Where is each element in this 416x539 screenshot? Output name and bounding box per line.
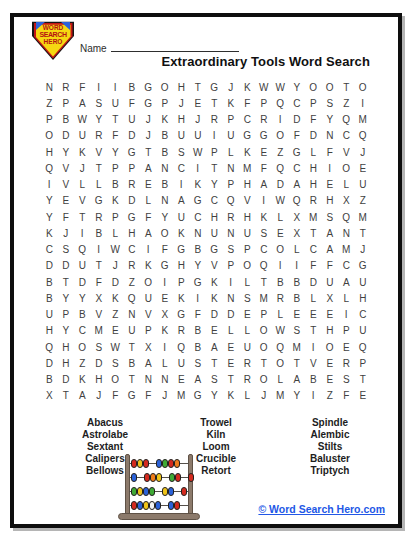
grid-cell[interactable]: Q: [41, 339, 58, 355]
grid-cell[interactable]: B: [41, 290, 58, 306]
grid-cell[interactable]: C: [338, 258, 355, 274]
grid-cell[interactable]: C: [239, 112, 256, 128]
grid-cell[interactable]: Q: [272, 339, 289, 355]
grid-cell[interactable]: T: [140, 144, 157, 160]
grid-cell[interactable]: P: [338, 323, 355, 339]
grid-cell[interactable]: I: [140, 242, 157, 258]
grid-cell[interactable]: F: [58, 209, 75, 225]
grid-cell[interactable]: W: [272, 193, 289, 209]
grid-cell[interactable]: K: [140, 258, 157, 274]
grid-cell[interactable]: P: [157, 95, 174, 111]
grid-cell[interactable]: R: [223, 209, 240, 225]
grid-cell[interactable]: L: [289, 242, 306, 258]
grid-cell[interactable]: E: [322, 177, 339, 193]
grid-cell[interactable]: O: [74, 339, 91, 355]
grid-cell[interactable]: H: [173, 112, 190, 128]
grid-cell[interactable]: X: [157, 307, 174, 323]
grid-cell[interactable]: L: [272, 209, 289, 225]
grid-cell[interactable]: G: [206, 242, 223, 258]
grid-cell[interactable]: L: [239, 274, 256, 290]
grid-cell[interactable]: U: [41, 307, 58, 323]
grid-cell[interactable]: C: [256, 242, 273, 258]
grid-cell[interactable]: L: [239, 323, 256, 339]
grid-cell[interactable]: T: [124, 372, 141, 388]
grid-cell[interactable]: C: [305, 242, 322, 258]
grid-cell[interactable]: P: [107, 209, 124, 225]
grid-cell[interactable]: E: [206, 323, 223, 339]
grid-cell[interactable]: T: [107, 112, 124, 128]
grid-cell[interactable]: B: [41, 274, 58, 290]
grid-cell[interactable]: T: [256, 274, 273, 290]
grid-cell[interactable]: M: [239, 160, 256, 176]
grid-cell[interactable]: E: [223, 339, 240, 355]
grid-cell[interactable]: Y: [289, 79, 306, 95]
grid-cell[interactable]: Q: [338, 209, 355, 225]
grid-cell[interactable]: U: [140, 290, 157, 306]
grid-cell[interactable]: B: [41, 372, 58, 388]
grid-cell[interactable]: V: [91, 307, 108, 323]
grid-cell[interactable]: O: [322, 339, 339, 355]
grid-cell[interactable]: T: [206, 355, 223, 371]
grid-cell[interactable]: T: [58, 274, 75, 290]
grid-cell[interactable]: A: [74, 95, 91, 111]
grid-cell[interactable]: S: [338, 372, 355, 388]
grid-cell[interactable]: D: [124, 128, 141, 144]
grid-cell[interactable]: H: [91, 372, 108, 388]
grid-cell[interactable]: G: [124, 144, 141, 160]
grid-cell[interactable]: S: [239, 290, 256, 306]
grid-cell[interactable]: X: [322, 290, 339, 306]
grid-cell[interactable]: V: [239, 193, 256, 209]
grid-cell[interactable]: B: [157, 177, 174, 193]
grid-cell[interactable]: F: [322, 258, 339, 274]
grid-cell[interactable]: O: [140, 274, 157, 290]
grid-cell[interactable]: K: [256, 209, 273, 225]
grid-cell[interactable]: C: [289, 95, 306, 111]
grid-cell[interactable]: F: [305, 258, 322, 274]
grid-cell[interactable]: L: [107, 225, 124, 241]
grid-cell[interactable]: S: [256, 225, 273, 241]
grid-cell[interactable]: K: [206, 274, 223, 290]
grid-cell[interactable]: O: [256, 339, 273, 355]
grid-cell[interactable]: U: [355, 323, 372, 339]
grid-cell[interactable]: N: [157, 372, 174, 388]
grid-cell[interactable]: E: [322, 307, 339, 323]
grid-cell[interactable]: T: [190, 79, 207, 95]
grid-cell[interactable]: E: [289, 307, 306, 323]
grid-cell[interactable]: Q: [272, 95, 289, 111]
grid-cell[interactable]: F: [256, 160, 273, 176]
grid-cell[interactable]: O: [305, 79, 322, 95]
grid-cell[interactable]: M: [355, 209, 372, 225]
grid-cell[interactable]: C: [173, 160, 190, 176]
grid-cell[interactable]: I: [289, 258, 306, 274]
grid-cell[interactable]: C: [190, 209, 207, 225]
grid-cell[interactable]: B: [58, 112, 75, 128]
grid-cell[interactable]: B: [190, 242, 207, 258]
grid-cell[interactable]: W: [107, 242, 124, 258]
grid-cell[interactable]: N: [124, 307, 141, 323]
grid-cell[interactable]: A: [140, 225, 157, 241]
grid-cell[interactable]: C: [41, 242, 58, 258]
grid-cell[interactable]: H: [173, 79, 190, 95]
grid-cell[interactable]: P: [223, 177, 240, 193]
grid-cell[interactable]: G: [124, 209, 141, 225]
grid-cell[interactable]: T: [338, 79, 355, 95]
grid-cell[interactable]: B: [305, 372, 322, 388]
grid-cell[interactable]: P: [58, 307, 75, 323]
grid-cell[interactable]: J: [140, 128, 157, 144]
grid-cell[interactable]: E: [256, 144, 273, 160]
grid-cell[interactable]: F: [338, 388, 355, 404]
grid-cell[interactable]: I: [74, 225, 91, 241]
grid-cell[interactable]: S: [223, 242, 240, 258]
grid-cell[interactable]: V: [338, 144, 355, 160]
grid-cell[interactable]: I: [338, 307, 355, 323]
grid-cell[interactable]: X: [41, 388, 58, 404]
grid-cell[interactable]: H: [305, 177, 322, 193]
grid-cell[interactable]: I: [223, 274, 240, 290]
grid-cell[interactable]: D: [223, 307, 240, 323]
grid-cell[interactable]: H: [58, 339, 75, 355]
name-blank-line[interactable]: [111, 41, 239, 52]
grid-cell[interactable]: Z: [107, 307, 124, 323]
grid-cell[interactable]: R: [272, 290, 289, 306]
word-search-hero-link[interactable]: © Word Search Hero.com: [258, 503, 385, 515]
grid-cell[interactable]: I: [91, 242, 108, 258]
grid-cell[interactable]: N: [338, 225, 355, 241]
grid-cell[interactable]: J: [140, 112, 157, 128]
grid-cell[interactable]: G: [140, 95, 157, 111]
grid-cell[interactable]: F: [190, 307, 207, 323]
grid-cell[interactable]: O: [239, 258, 256, 274]
grid-cell[interactable]: Z: [124, 274, 141, 290]
grid-cell[interactable]: J: [107, 258, 124, 274]
grid-cell[interactable]: W: [272, 79, 289, 95]
grid-cell[interactable]: R: [305, 193, 322, 209]
grid-cell[interactable]: F: [322, 144, 339, 160]
grid-cell[interactable]: U: [206, 225, 223, 241]
grid-cell[interactable]: G: [256, 128, 273, 144]
grid-cell[interactable]: S: [289, 323, 306, 339]
grid-cell[interactable]: T: [289, 355, 306, 371]
grid-cell[interactable]: G: [91, 193, 108, 209]
grid-cell[interactable]: Y: [206, 177, 223, 193]
grid-cell[interactable]: R: [124, 258, 141, 274]
grid-cell[interactable]: R: [239, 355, 256, 371]
grid-cell[interactable]: W: [74, 112, 91, 128]
grid-cell[interactable]: T: [256, 355, 273, 371]
grid-cell[interactable]: B: [272, 274, 289, 290]
grid-cell[interactable]: H: [124, 225, 141, 241]
grid-cell[interactable]: G: [157, 258, 174, 274]
grid-cell[interactable]: U: [322, 274, 339, 290]
grid-cell[interactable]: Q: [74, 242, 91, 258]
grid-cell[interactable]: D: [206, 307, 223, 323]
grid-cell[interactable]: J: [91, 388, 108, 404]
grid-cell[interactable]: P: [256, 95, 273, 111]
grid-cell[interactable]: G: [289, 144, 306, 160]
grid-cell[interactable]: N: [223, 160, 240, 176]
grid-cell[interactable]: E: [140, 177, 157, 193]
grid-cell[interactable]: O: [256, 372, 273, 388]
grid-cell[interactable]: G: [355, 258, 372, 274]
grid-cell[interactable]: F: [157, 242, 174, 258]
grid-cell[interactable]: H: [58, 355, 75, 371]
grid-cell[interactable]: E: [355, 388, 372, 404]
grid-cell[interactable]: E: [338, 339, 355, 355]
grid-cell[interactable]: H: [41, 323, 58, 339]
grid-cell[interactable]: S: [91, 95, 108, 111]
grid-cell[interactable]: P: [140, 323, 157, 339]
grid-cell[interactable]: I: [157, 339, 174, 355]
grid-cell[interactable]: R: [58, 79, 75, 95]
grid-cell[interactable]: U: [74, 128, 91, 144]
grid-cell[interactable]: O: [157, 79, 174, 95]
grid-cell[interactable]: T: [355, 372, 372, 388]
grid-cell[interactable]: K: [223, 388, 240, 404]
grid-cell[interactable]: E: [322, 372, 339, 388]
grid-cell[interactable]: A: [289, 372, 306, 388]
grid-cell[interactable]: B: [190, 339, 207, 355]
grid-cell[interactable]: L: [272, 307, 289, 323]
grid-cell[interactable]: N: [223, 290, 240, 306]
grid-cell[interactable]: I: [322, 160, 339, 176]
grid-cell[interactable]: K: [157, 112, 174, 128]
grid-cell[interactable]: S: [322, 95, 339, 111]
grid-cell[interactable]: V: [140, 307, 157, 323]
grid-cell[interactable]: R: [338, 355, 355, 371]
grid-cell[interactable]: A: [140, 355, 157, 371]
grid-cell[interactable]: A: [289, 177, 306, 193]
grid-cell[interactable]: V: [74, 193, 91, 209]
grid-cell[interactable]: I: [41, 177, 58, 193]
grid-cell[interactable]: D: [107, 274, 124, 290]
grid-cell[interactable]: Q: [272, 160, 289, 176]
grid-cell[interactable]: P: [58, 95, 75, 111]
grid-cell[interactable]: M: [256, 290, 273, 306]
grid-cell[interactable]: U: [239, 339, 256, 355]
grid-cell[interactable]: O: [157, 225, 174, 241]
grid-cell[interactable]: C: [74, 323, 91, 339]
grid-cell[interactable]: Z: [74, 355, 91, 371]
grid-cell[interactable]: M: [355, 112, 372, 128]
grid-cell[interactable]: M: [91, 323, 108, 339]
grid-cell[interactable]: U: [355, 274, 372, 290]
grid-cell[interactable]: I: [305, 339, 322, 355]
grid-cell[interactable]: K: [107, 193, 124, 209]
grid-cell[interactable]: O: [338, 160, 355, 176]
grid-cell[interactable]: B: [124, 355, 141, 371]
grid-cell[interactable]: G: [173, 242, 190, 258]
grid-cell[interactable]: C: [355, 307, 372, 323]
grid-cell[interactable]: Q: [355, 339, 372, 355]
grid-cell[interactable]: U: [173, 209, 190, 225]
grid-cell[interactable]: T: [355, 225, 372, 241]
grid-cell[interactable]: E: [355, 160, 372, 176]
grid-cell[interactable]: B: [74, 307, 91, 323]
grid-cell[interactable]: F: [107, 128, 124, 144]
grid-cell[interactable]: Q: [355, 128, 372, 144]
grid-cell[interactable]: G: [190, 193, 207, 209]
grid-cell[interactable]: Z: [338, 95, 355, 111]
grid-cell[interactable]: E: [58, 193, 75, 209]
grid-cell[interactable]: H: [173, 258, 190, 274]
grid-cell[interactable]: R: [239, 372, 256, 388]
grid-cell[interactable]: Y: [107, 144, 124, 160]
grid-cell[interactable]: R: [256, 112, 273, 128]
grid-cell[interactable]: E: [239, 307, 256, 323]
grid-cell[interactable]: I: [305, 388, 322, 404]
grid-cell[interactable]: Q: [338, 112, 355, 128]
grid-cell[interactable]: J: [58, 225, 75, 241]
grid-cell[interactable]: K: [41, 225, 58, 241]
grid-cell[interactable]: I: [190, 290, 207, 306]
grid-cell[interactable]: X: [91, 290, 108, 306]
grid-cell[interactable]: J: [157, 388, 174, 404]
grid-cell[interactable]: O: [41, 128, 58, 144]
grid-cell[interactable]: K: [74, 372, 91, 388]
grid-cell[interactable]: N: [190, 225, 207, 241]
grid-cell[interactable]: S: [190, 355, 207, 371]
grid-cell[interactable]: N: [41, 79, 58, 95]
grid-cell[interactable]: G: [206, 79, 223, 95]
grid-cell[interactable]: A: [140, 160, 157, 176]
grid-cell[interactable]: D: [91, 355, 108, 371]
grid-cell[interactable]: Q: [256, 258, 273, 274]
grid-cell[interactable]: T: [206, 95, 223, 111]
grid-cell[interactable]: M: [272, 388, 289, 404]
grid-cell[interactable]: U: [223, 128, 240, 144]
grid-cell[interactable]: A: [322, 242, 339, 258]
grid-cell[interactable]: B: [91, 225, 108, 241]
grid-cell[interactable]: A: [206, 339, 223, 355]
grid-cell[interactable]: H: [239, 209, 256, 225]
grid-cell[interactable]: A: [173, 193, 190, 209]
grid-cell[interactable]: D: [289, 112, 306, 128]
grid-cell[interactable]: J: [74, 160, 91, 176]
grid-cell[interactable]: N: [223, 225, 240, 241]
grid-cell[interactable]: G: [140, 79, 157, 95]
grid-cell[interactable]: R: [206, 112, 223, 128]
grid-cell[interactable]: I: [190, 160, 207, 176]
grid-cell[interactable]: P: [41, 112, 58, 128]
grid-cell[interactable]: K: [173, 290, 190, 306]
grid-cell[interactable]: J: [256, 388, 273, 404]
grid-cell[interactable]: Q: [289, 193, 306, 209]
grid-cell[interactable]: L: [91, 177, 108, 193]
grid-cell[interactable]: I: [355, 95, 372, 111]
grid-cell[interactable]: I: [256, 193, 273, 209]
grid-cell[interactable]: K: [157, 323, 174, 339]
grid-cell[interactable]: L: [305, 290, 322, 306]
grid-cell[interactable]: V: [206, 258, 223, 274]
grid-cell[interactable]: L: [223, 144, 240, 160]
grid-cell[interactable]: M: [338, 242, 355, 258]
grid-cell[interactable]: L: [338, 177, 355, 193]
grid-cell[interactable]: C: [289, 160, 306, 176]
grid-cell[interactable]: P: [239, 242, 256, 258]
grid-cell[interactable]: B: [289, 274, 306, 290]
grid-cell[interactable]: R: [91, 209, 108, 225]
grid-cell[interactable]: I: [206, 128, 223, 144]
grid-cell[interactable]: D: [41, 258, 58, 274]
grid-cell[interactable]: U: [74, 258, 91, 274]
grid-cell[interactable]: P: [223, 112, 240, 128]
grid-cell[interactable]: O: [272, 242, 289, 258]
grid-cell[interactable]: U: [124, 112, 141, 128]
grid-cell[interactable]: O: [256, 323, 273, 339]
grid-cell[interactable]: P: [124, 160, 141, 176]
grid-cell[interactable]: M: [173, 388, 190, 404]
grid-cell[interactable]: C: [206, 193, 223, 209]
grid-cell[interactable]: E: [190, 95, 207, 111]
grid-cell[interactable]: K: [223, 95, 240, 111]
grid-cell[interactable]: E: [305, 307, 322, 323]
grid-cell[interactable]: X: [289, 225, 306, 241]
grid-cell[interactable]: F: [289, 128, 306, 144]
grid-cell[interactable]: Z: [322, 388, 339, 404]
grid-cell[interactable]: Y: [41, 193, 58, 209]
grid-cell[interactable]: K: [239, 79, 256, 95]
grid-cell[interactable]: Q: [124, 290, 141, 306]
grid-cell[interactable]: L: [338, 290, 355, 306]
grid-cell[interactable]: H: [305, 160, 322, 176]
grid-cell[interactable]: Z: [355, 193, 372, 209]
grid-cell[interactable]: B: [157, 128, 174, 144]
grid-cell[interactable]: O: [322, 79, 339, 95]
grid-cell[interactable]: S: [91, 339, 108, 355]
grid-cell[interactable]: B: [157, 144, 174, 160]
grid-cell[interactable]: P: [107, 160, 124, 176]
grid-cell[interactable]: U: [355, 177, 372, 193]
grid-cell[interactable]: L: [223, 323, 240, 339]
grid-cell[interactable]: J: [355, 144, 372, 160]
grid-cell[interactable]: F: [124, 95, 141, 111]
grid-cell[interactable]: J: [223, 79, 240, 95]
grid-cell[interactable]: Z: [272, 144, 289, 160]
grid-cell[interactable]: W: [256, 79, 273, 95]
grid-cell[interactable]: W: [107, 339, 124, 355]
grid-cell[interactable]: I: [173, 177, 190, 193]
grid-cell[interactable]: L: [157, 355, 174, 371]
grid-cell[interactable]: Q: [173, 339, 190, 355]
grid-cell[interactable]: V: [58, 160, 75, 176]
grid-cell[interactable]: S: [58, 242, 75, 258]
grid-cell[interactable]: L: [140, 193, 157, 209]
grid-cell[interactable]: K: [190, 177, 207, 193]
grid-cell[interactable]: L: [305, 144, 322, 160]
grid-cell[interactable]: Y: [91, 112, 108, 128]
grid-cell[interactable]: Y: [58, 290, 75, 306]
grid-cell[interactable]: N: [157, 193, 174, 209]
grid-cell[interactable]: G: [173, 307, 190, 323]
grid-cell[interactable]: T: [223, 372, 240, 388]
grid-cell[interactable]: I: [272, 258, 289, 274]
grid-cell[interactable]: E: [157, 290, 174, 306]
grid-cell[interactable]: R: [91, 128, 108, 144]
grid-cell[interactable]: W: [272, 323, 289, 339]
grid-cell[interactable]: U: [173, 128, 190, 144]
grid-cell[interactable]: D: [272, 177, 289, 193]
grid-cell[interactable]: D: [58, 372, 75, 388]
grid-cell[interactable]: E: [322, 355, 339, 371]
grid-cell[interactable]: Y: [58, 144, 75, 160]
grid-cell[interactable]: F: [74, 79, 91, 95]
grid-cell[interactable]: A: [256, 177, 273, 193]
grid-cell[interactable]: F: [140, 388, 157, 404]
grid-cell[interactable]: Q: [223, 193, 240, 209]
